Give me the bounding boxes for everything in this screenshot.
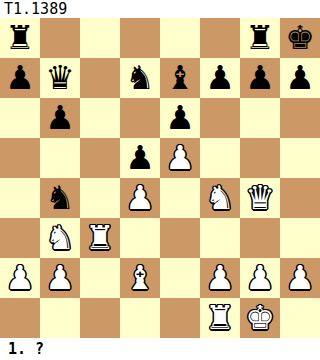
square-e6[interactable]: ♟ (160, 98, 200, 138)
square-a1[interactable] (0, 298, 40, 338)
square-c1[interactable] (80, 298, 120, 338)
piece-black-bishop-icon: ♝ (165, 58, 195, 98)
piece-white-pawn-icon: ♟ (285, 258, 315, 298)
square-b4[interactable]: ♞ (40, 178, 80, 218)
piece-white-pawn-icon: ♟ (205, 258, 235, 298)
square-c7[interactable] (80, 58, 120, 98)
square-g6[interactable] (240, 98, 280, 138)
square-f6[interactable] (200, 98, 240, 138)
square-e2[interactable] (160, 258, 200, 298)
square-f4[interactable]: ♞ (200, 178, 240, 218)
square-e5[interactable]: ♟ (160, 138, 200, 178)
square-e7[interactable]: ♝ (160, 58, 200, 98)
square-a7[interactable]: ♟ (0, 58, 40, 98)
square-c8[interactable] (80, 18, 120, 58)
square-h5[interactable] (280, 138, 320, 178)
square-h8[interactable]: ♚ (280, 18, 320, 58)
square-d8[interactable] (120, 18, 160, 58)
square-d7[interactable]: ♞ (120, 58, 160, 98)
square-f7[interactable]: ♟ (200, 58, 240, 98)
square-a3[interactable] (0, 218, 40, 258)
square-d4[interactable]: ♟ (120, 178, 160, 218)
move-prompt: 1. ? (0, 338, 320, 360)
square-g2[interactable]: ♟ (240, 258, 280, 298)
piece-black-rook-icon: ♜ (245, 18, 275, 58)
piece-black-queen-icon: ♛ (45, 58, 75, 98)
piece-white-knight-icon: ♞ (45, 218, 75, 258)
piece-white-pawn-icon: ♟ (5, 258, 35, 298)
piece-black-pawn-icon: ♟ (5, 58, 35, 98)
square-a5[interactable] (0, 138, 40, 178)
piece-white-pawn-icon: ♟ (165, 138, 195, 178)
square-c3[interactable]: ♜ (80, 218, 120, 258)
square-e3[interactable] (160, 218, 200, 258)
square-f1[interactable]: ♜ (200, 298, 240, 338)
piece-black-pawn-icon: ♟ (125, 138, 155, 178)
piece-white-pawn-icon: ♟ (45, 258, 75, 298)
square-d2[interactable]: ♝ (120, 258, 160, 298)
piece-white-queen-icon: ♛ (245, 178, 275, 218)
square-c4[interactable] (80, 178, 120, 218)
square-c5[interactable] (80, 138, 120, 178)
piece-white-knight-icon: ♞ (205, 178, 235, 218)
piece-white-rook-icon: ♜ (205, 298, 235, 338)
piece-black-pawn-icon: ♟ (45, 98, 75, 138)
square-e1[interactable] (160, 298, 200, 338)
square-b3[interactable]: ♞ (40, 218, 80, 258)
piece-white-bishop-icon: ♝ (125, 258, 155, 298)
piece-white-king-icon: ♚ (245, 298, 275, 338)
square-a6[interactable] (0, 98, 40, 138)
square-b2[interactable]: ♟ (40, 258, 80, 298)
chess-board: ♜♜♚♟♛♞♝♟♟♟♟♟♟♟♞♟♞♛♞♜♟♟♝♟♟♟♜♚ (0, 18, 320, 338)
piece-black-king-icon: ♚ (285, 18, 315, 58)
square-g8[interactable]: ♜ (240, 18, 280, 58)
square-h2[interactable]: ♟ (280, 258, 320, 298)
square-h4[interactable] (280, 178, 320, 218)
square-a2[interactable]: ♟ (0, 258, 40, 298)
square-c2[interactable] (80, 258, 120, 298)
square-h3[interactable] (280, 218, 320, 258)
square-g1[interactable]: ♚ (240, 298, 280, 338)
piece-black-knight-icon: ♞ (125, 58, 155, 98)
square-f8[interactable] (200, 18, 240, 58)
square-d3[interactable] (120, 218, 160, 258)
square-d5[interactable]: ♟ (120, 138, 160, 178)
square-a8[interactable]: ♜ (0, 18, 40, 58)
square-h7[interactable]: ♟ (280, 58, 320, 98)
square-b7[interactable]: ♛ (40, 58, 80, 98)
square-g5[interactable] (240, 138, 280, 178)
square-d1[interactable] (120, 298, 160, 338)
square-b5[interactable] (40, 138, 80, 178)
square-f3[interactable] (200, 218, 240, 258)
square-c6[interactable] (80, 98, 120, 138)
square-e4[interactable] (160, 178, 200, 218)
piece-white-rook-icon: ♜ (85, 218, 115, 258)
piece-black-pawn-icon: ♟ (245, 58, 275, 98)
square-g7[interactable]: ♟ (240, 58, 280, 98)
piece-white-pawn-icon: ♟ (245, 258, 275, 298)
square-h6[interactable] (280, 98, 320, 138)
square-e8[interactable] (160, 18, 200, 58)
square-g4[interactable]: ♛ (240, 178, 280, 218)
piece-black-pawn-icon: ♟ (205, 58, 235, 98)
square-h1[interactable] (280, 298, 320, 338)
piece-black-knight-icon: ♞ (45, 178, 75, 218)
square-g3[interactable] (240, 218, 280, 258)
square-b1[interactable] (40, 298, 80, 338)
puzzle-title: T1.1389 (0, 0, 320, 18)
square-b6[interactable]: ♟ (40, 98, 80, 138)
piece-white-pawn-icon: ♟ (125, 178, 155, 218)
piece-black-rook-icon: ♜ (5, 18, 35, 58)
square-f5[interactable] (200, 138, 240, 178)
square-b8[interactable] (40, 18, 80, 58)
square-d6[interactable] (120, 98, 160, 138)
square-f2[interactable]: ♟ (200, 258, 240, 298)
square-a4[interactable] (0, 178, 40, 218)
piece-black-pawn-icon: ♟ (285, 58, 315, 98)
piece-black-pawn-icon: ♟ (165, 98, 195, 138)
